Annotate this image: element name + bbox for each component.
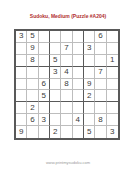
cell-r4c8-given-7: 7: [95, 67, 106, 79]
cell-r8c2-given-6: 6: [27, 114, 38, 126]
cell-r5c9-empty[interactable]: [107, 79, 118, 91]
cell-r7c9-empty[interactable]: [107, 102, 118, 114]
cell-r1c4-empty[interactable]: [50, 31, 61, 43]
cell-r2c6-empty[interactable]: [73, 43, 84, 55]
cell-r1c6-empty[interactable]: [73, 31, 84, 43]
cell-r7c8-empty[interactable]: [95, 102, 106, 114]
cell-r6c9-empty[interactable]: [107, 90, 118, 102]
cell-r9c5-empty[interactable]: [61, 126, 72, 138]
cell-r4c2-empty[interactable]: [27, 67, 38, 79]
cell-r3c4-given-5: 5: [50, 55, 61, 67]
cell-r2c4-empty[interactable]: [50, 43, 61, 55]
cell-r8c6-given-4: 4: [73, 114, 84, 126]
cell-r2c1-empty[interactable]: [16, 43, 27, 55]
cell-r6c8-empty[interactable]: [95, 90, 106, 102]
cell-r3c8-empty[interactable]: [95, 55, 106, 67]
cell-r4c3-empty[interactable]: [39, 67, 50, 79]
cell-r5c2-empty[interactable]: [27, 79, 38, 91]
cell-r6c1-empty[interactable]: [16, 90, 27, 102]
cell-r9c8-empty[interactable]: [95, 126, 106, 138]
cell-r9c2-empty[interactable]: [27, 126, 38, 138]
cell-r9c4-given-2: 2: [50, 126, 61, 138]
cell-r4c1-empty[interactable]: [16, 67, 27, 79]
sudoku-grid: 35697385134768952263489253: [14, 29, 120, 140]
cell-r6c6-empty[interactable]: [73, 90, 84, 102]
puzzle-title: Sudoku, Medium (Puzzle #A204): [0, 13, 136, 20]
cell-r1c8-given-6: 6: [95, 31, 106, 43]
cell-r1c9-empty[interactable]: [107, 31, 118, 43]
cell-r7c4-empty[interactable]: [50, 102, 61, 114]
cell-r2c9-empty[interactable]: [107, 43, 118, 55]
cell-r4c5-given-4: 4: [61, 67, 72, 79]
cell-r6c5-empty[interactable]: [61, 90, 72, 102]
cell-r6c7-given-2: 2: [84, 90, 95, 102]
cell-r5c1-empty[interactable]: [16, 79, 27, 91]
cell-r8c9-empty[interactable]: [107, 114, 118, 126]
cell-r7c7-empty[interactable]: [84, 102, 95, 114]
cell-r4c7-empty[interactable]: [84, 67, 95, 79]
cell-r2c2-given-9: 9: [27, 43, 38, 55]
cell-r4c4-given-3: 3: [50, 67, 61, 79]
cell-r2c3-empty[interactable]: [39, 43, 50, 55]
cell-r5c6-empty[interactable]: [73, 79, 84, 91]
cell-r3c5-empty[interactable]: [61, 55, 72, 67]
footer-url: www.printmysudoku.com: [0, 160, 136, 165]
cell-r5c7-given-9: 9: [84, 79, 95, 91]
cell-r3c6-empty[interactable]: [73, 55, 84, 67]
cell-r8c5-empty[interactable]: [61, 114, 72, 126]
cell-r7c6-empty[interactable]: [73, 102, 84, 114]
cell-r5c5-given-8: 8: [61, 79, 72, 91]
cell-r9c9-given-3: 3: [107, 126, 118, 138]
cell-r3c1-empty[interactable]: [16, 55, 27, 67]
cell-r6c3-given-5: 5: [39, 90, 50, 102]
cell-r3c9-given-1: 1: [107, 55, 118, 67]
cell-r5c3-given-6: 6: [39, 79, 50, 91]
cell-r5c8-empty[interactable]: [95, 79, 106, 91]
cell-r8c8-given-8: 8: [95, 114, 106, 126]
cell-r8c1-empty[interactable]: [16, 114, 27, 126]
cell-r9c3-empty[interactable]: [39, 126, 50, 138]
cell-r6c4-empty[interactable]: [50, 90, 61, 102]
cell-r6c2-empty[interactable]: [27, 90, 38, 102]
cell-r1c7-empty[interactable]: [84, 31, 95, 43]
cell-r9c7-given-5: 5: [84, 126, 95, 138]
cell-r4c6-empty[interactable]: [73, 67, 84, 79]
cell-r3c3-empty[interactable]: [39, 55, 50, 67]
cell-r3c7-empty[interactable]: [84, 55, 95, 67]
cell-r1c1-given-3: 3: [16, 31, 27, 43]
cell-r9c6-empty[interactable]: [73, 126, 84, 138]
cell-r4c9-empty[interactable]: [107, 67, 118, 79]
cell-r3c2-given-8: 8: [27, 55, 38, 67]
cell-r7c5-empty[interactable]: [61, 102, 72, 114]
sudoku-sheet: Sudoku, Medium (Puzzle #A204) 3569738513…: [0, 0, 136, 176]
cell-r2c7-given-3: 3: [84, 43, 95, 55]
cell-r1c2-given-5: 5: [27, 31, 38, 43]
cell-r2c8-empty[interactable]: [95, 43, 106, 55]
cell-r7c2-given-2: 2: [27, 102, 38, 114]
cell-r8c7-empty[interactable]: [84, 114, 95, 126]
cell-r5c4-empty[interactable]: [50, 79, 61, 91]
cell-r8c3-given-3: 3: [39, 114, 50, 126]
cell-r7c3-empty[interactable]: [39, 102, 50, 114]
cell-r9c1-given-9: 9: [16, 126, 27, 138]
cell-r7c1-empty[interactable]: [16, 102, 27, 114]
cell-r1c3-empty[interactable]: [39, 31, 50, 43]
cell-r1c5-empty[interactable]: [61, 31, 72, 43]
cell-r8c4-empty[interactable]: [50, 114, 61, 126]
cell-r2c5-given-7: 7: [61, 43, 72, 55]
